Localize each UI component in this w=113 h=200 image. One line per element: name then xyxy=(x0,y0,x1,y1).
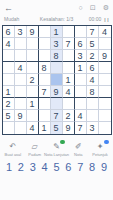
cell-r2c3[interactable] xyxy=(27,38,39,50)
cell-r8c9[interactable] xyxy=(99,110,111,122)
cell-r6c5[interactable]: 9 xyxy=(51,86,63,98)
cell-r2c7[interactable]: 6 xyxy=(75,38,87,50)
cell-r7c1[interactable]: 2 xyxy=(3,98,15,110)
numpad-4[interactable]: 4 xyxy=(39,161,50,173)
numpad-8[interactable]: 8 xyxy=(87,161,98,173)
cell-r1c7[interactable] xyxy=(75,26,87,38)
cell-r4c9[interactable] xyxy=(99,62,111,74)
cell-r2c2[interactable] xyxy=(15,38,27,50)
notes-badge xyxy=(60,140,65,144)
cell-r4c4[interactable]: 8 xyxy=(39,62,51,74)
cell-r2c5[interactable]: 3 xyxy=(51,38,63,50)
cell-r8c1[interactable]: 5 xyxy=(3,110,15,122)
numpad-6[interactable]: 6 xyxy=(63,161,74,173)
cell-r9c6[interactable]: 9 xyxy=(63,122,75,134)
cell-r2c4[interactable] xyxy=(39,38,51,50)
cell-r5c3[interactable]: 2 xyxy=(27,74,39,86)
cell-r7c7[interactable] xyxy=(75,98,87,110)
cell-r4c7[interactable]: 1 xyxy=(75,62,87,74)
cell-r4c1[interactable] xyxy=(3,62,15,74)
cell-r8c2[interactable]: 9 xyxy=(15,110,27,122)
back-arrow-icon[interactable]: ← xyxy=(4,4,13,13)
undo-label: Buat asal xyxy=(5,152,22,157)
cell-r4c3[interactable] xyxy=(27,62,39,74)
settings-gear-icon[interactable]: ⚙ xyxy=(103,4,109,12)
cell-r9c1[interactable] xyxy=(3,122,15,134)
cell-r5c1[interactable] xyxy=(3,74,15,86)
palette-icon[interactable]: ○ xyxy=(79,4,83,12)
cell-r3c6[interactable] xyxy=(63,50,75,62)
cell-r6c6[interactable]: 4 xyxy=(63,86,75,98)
cell-r5c7[interactable] xyxy=(75,74,87,86)
cell-r9c8[interactable]: 3 xyxy=(87,122,99,134)
note-button[interactable]: ✐ Nota xyxy=(68,142,89,157)
cell-r3c1[interactable] xyxy=(3,50,15,62)
cell-r6c3[interactable] xyxy=(27,86,39,98)
cell-r9c3[interactable]: 4 xyxy=(27,122,39,134)
hint-button[interactable]: ✦ Petunjuk xyxy=(90,142,111,157)
cell-r8c3[interactable] xyxy=(27,110,39,122)
cell-r3c5[interactable]: 8 xyxy=(51,50,63,62)
cell-r8c5[interactable]: 7 xyxy=(51,110,63,122)
cell-r1c4[interactable] xyxy=(39,26,51,38)
cell-r1c3[interactable]: 9 xyxy=(27,26,39,38)
cell-r3c8[interactable]: 2 xyxy=(87,50,99,62)
cell-r6c2[interactable] xyxy=(15,86,27,98)
cell-r5c8[interactable]: 4 xyxy=(87,74,99,86)
numpad-7[interactable]: 7 xyxy=(75,161,86,173)
pause-icon[interactable]: ❙❙ xyxy=(103,17,109,22)
numpad-1[interactable]: 1 xyxy=(3,161,14,173)
cell-r6c9[interactable] xyxy=(99,86,111,98)
cell-r5c2[interactable] xyxy=(15,74,27,86)
cell-r6c7[interactable] xyxy=(75,86,87,98)
cell-r8c6[interactable]: 2 xyxy=(63,110,75,122)
cell-r1c6[interactable] xyxy=(63,26,75,38)
cell-r3c9[interactable]: 9 xyxy=(99,50,111,62)
number-pad: 123456789 xyxy=(0,161,113,173)
cell-r7c8[interactable] xyxy=(87,98,99,110)
numpad-5[interactable]: 5 xyxy=(51,161,62,173)
cell-r4c6[interactable] xyxy=(63,62,75,74)
timer: 00:00 xyxy=(89,16,102,22)
undo-button[interactable]: ↶ Buat asal xyxy=(2,142,23,157)
cell-r2c6[interactable]: 7 xyxy=(63,38,75,50)
erase-button[interactable]: ▱ Padam xyxy=(24,142,45,157)
bulb-icon: ✦ xyxy=(97,142,104,151)
mistakes-counter: Kesalahan: 1/3 xyxy=(34,16,79,22)
cell-r7c5[interactable] xyxy=(51,98,63,110)
cell-r6c1[interactable]: 1 xyxy=(3,86,15,98)
edit-icon[interactable]: ⊡ xyxy=(90,4,96,12)
cell-r7c3[interactable]: 1 xyxy=(27,98,39,110)
cell-r3c2[interactable] xyxy=(15,50,27,62)
cell-r2c1[interactable]: 4 xyxy=(3,38,15,50)
numpad-3[interactable]: 3 xyxy=(27,161,38,173)
sudoku-board: 6391744376583294816214179482159724415973 xyxy=(2,25,112,135)
cell-r5c6[interactable]: 1 xyxy=(63,74,75,86)
cell-r7c6[interactable] xyxy=(63,98,75,110)
cell-r1c2[interactable]: 3 xyxy=(15,26,27,38)
cell-r3c7[interactable]: 3 xyxy=(75,50,87,62)
cell-r8c4[interactable] xyxy=(39,110,51,122)
cell-r4c2[interactable]: 4 xyxy=(15,62,27,74)
cell-r5c5[interactable] xyxy=(51,74,63,86)
status-bar: Mudah Kesalahan: 1/3 00:00 ❙❙ xyxy=(0,14,113,24)
notes-button[interactable]: ✎ Nota Lanjutan xyxy=(46,142,67,157)
undo-icon: ↶ xyxy=(10,142,17,151)
cell-r3c4[interactable] xyxy=(39,50,51,62)
cell-r7c9[interactable] xyxy=(99,98,111,110)
cell-r1c5[interactable]: 1 xyxy=(51,26,63,38)
cell-r1c1[interactable]: 6 xyxy=(3,26,15,38)
cell-r4c5[interactable] xyxy=(51,62,63,74)
difficulty-label: Mudah xyxy=(4,16,34,22)
cell-r5c4[interactable] xyxy=(39,74,51,86)
hint-badge xyxy=(104,140,109,144)
cell-r9c7[interactable]: 7 xyxy=(75,122,87,134)
cell-r4c8[interactable]: 6 xyxy=(87,62,99,74)
cell-r7c2[interactable] xyxy=(15,98,27,110)
pen-icon: ✐ xyxy=(75,142,82,151)
cell-r2c9[interactable] xyxy=(99,38,111,50)
numpad-2[interactable]: 2 xyxy=(15,161,26,173)
eraser-icon: ▱ xyxy=(32,142,38,151)
note-label: Nota xyxy=(74,152,82,157)
cell-r6c8[interactable]: 8 xyxy=(87,86,99,98)
cell-r3c3[interactable] xyxy=(27,50,39,62)
hint-label: Petunjuk xyxy=(92,152,108,157)
cell-r5c9[interactable] xyxy=(99,74,111,86)
cell-r9c2[interactable] xyxy=(15,122,27,134)
cell-r1c9[interactable]: 4 xyxy=(99,26,111,38)
action-toolbar: ↶ Buat asal ▱ Padam ✎ Nota Lanjutan ✐ No… xyxy=(0,142,113,157)
erase-label: Padam xyxy=(28,152,41,157)
pencil-icon: ✎ xyxy=(53,142,60,151)
cell-r9c4[interactable]: 1 xyxy=(39,122,51,134)
cell-r8c7[interactable]: 4 xyxy=(75,110,87,122)
notes-label: Nota Lanjutan xyxy=(44,152,69,157)
cell-r8c8[interactable] xyxy=(87,110,99,122)
cell-r7c4[interactable] xyxy=(39,98,51,110)
cell-r2c8[interactable]: 5 xyxy=(87,38,99,50)
cell-r1c8[interactable]: 7 xyxy=(87,26,99,38)
cell-r9c5[interactable]: 5 xyxy=(51,122,63,134)
cell-r6c4[interactable]: 7 xyxy=(39,86,51,98)
numpad-9[interactable]: 9 xyxy=(98,161,109,173)
top-app-bar: ← ○ ⊡ ⚙ xyxy=(0,0,113,14)
cell-r9c9[interactable] xyxy=(99,122,111,134)
